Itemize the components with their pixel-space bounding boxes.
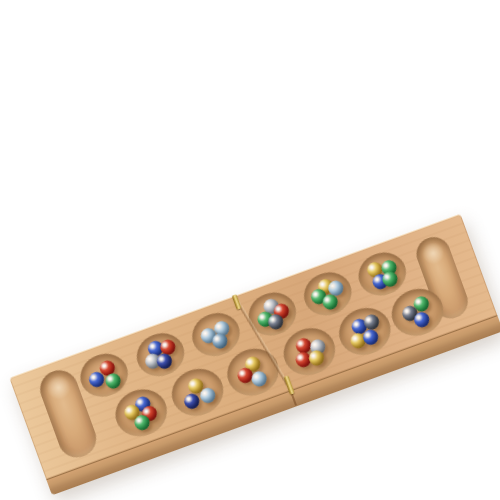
pit-bottom-4[interactable] (277, 321, 342, 382)
pit-bottom-5[interactable] (333, 301, 398, 362)
marble-darkblue[interactable] (182, 391, 201, 410)
mancala-board (9, 214, 500, 495)
store-sheen-highlight (43, 372, 74, 402)
pit-bottom-3[interactable] (221, 342, 286, 403)
store-sheen-highlight (419, 239, 447, 267)
photo-background (0, 0, 500, 500)
pit-bottom-2[interactable] (165, 362, 230, 423)
pit-bottom-1[interactable] (109, 382, 174, 443)
